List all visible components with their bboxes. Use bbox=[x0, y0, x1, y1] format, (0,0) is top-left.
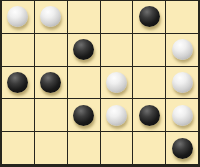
cell-r0c3[interactable] bbox=[101, 1, 133, 33]
white-stone[interactable] bbox=[172, 105, 193, 126]
cell-r2c1[interactable] bbox=[35, 67, 67, 99]
cell-r2c3[interactable] bbox=[101, 67, 133, 99]
cell-r4c3[interactable] bbox=[101, 132, 133, 164]
cell-r0c2[interactable] bbox=[68, 1, 100, 33]
cell-r4c2[interactable] bbox=[68, 132, 100, 164]
black-stone[interactable] bbox=[40, 72, 61, 93]
black-stone[interactable] bbox=[73, 39, 94, 60]
cell-r1c3[interactable] bbox=[101, 34, 133, 66]
white-stone[interactable] bbox=[172, 39, 193, 60]
black-stone[interactable] bbox=[73, 105, 94, 126]
cell-r2c2[interactable] bbox=[68, 67, 100, 99]
cell-r1c5[interactable] bbox=[166, 34, 198, 66]
cell-r1c1[interactable] bbox=[35, 34, 67, 66]
white-stone[interactable] bbox=[40, 6, 61, 27]
cell-r0c4[interactable] bbox=[133, 1, 165, 33]
cell-r1c0[interactable] bbox=[2, 34, 34, 66]
cell-r1c2[interactable] bbox=[68, 34, 100, 66]
black-stone[interactable] bbox=[139, 6, 160, 27]
black-stone[interactable] bbox=[172, 138, 193, 159]
cell-r4c0[interactable] bbox=[2, 132, 34, 164]
black-stone[interactable] bbox=[7, 72, 28, 93]
cell-r1c4[interactable] bbox=[133, 34, 165, 66]
cell-r2c0[interactable] bbox=[2, 67, 34, 99]
white-stone[interactable] bbox=[106, 105, 127, 126]
black-stone[interactable] bbox=[139, 105, 160, 126]
white-stone[interactable] bbox=[172, 72, 193, 93]
cell-r3c4[interactable] bbox=[133, 99, 165, 131]
game-board bbox=[0, 0, 200, 167]
cell-r3c1[interactable] bbox=[35, 99, 67, 131]
cell-r0c5[interactable] bbox=[166, 1, 198, 33]
cell-r3c3[interactable] bbox=[101, 99, 133, 131]
cell-r3c5[interactable] bbox=[166, 99, 198, 131]
cell-r2c4[interactable] bbox=[133, 67, 165, 99]
white-stone[interactable] bbox=[7, 6, 28, 27]
cell-r2c5[interactable] bbox=[166, 67, 198, 99]
cell-r4c1[interactable] bbox=[35, 132, 67, 164]
white-stone[interactable] bbox=[106, 72, 127, 93]
cell-r3c0[interactable] bbox=[2, 99, 34, 131]
cell-r4c4[interactable] bbox=[133, 132, 165, 164]
board-grid bbox=[2, 1, 198, 164]
cell-r3c2[interactable] bbox=[68, 99, 100, 131]
cell-r0c1[interactable] bbox=[35, 1, 67, 33]
cell-r0c0[interactable] bbox=[2, 1, 34, 33]
cell-r4c5[interactable] bbox=[166, 132, 198, 164]
